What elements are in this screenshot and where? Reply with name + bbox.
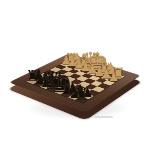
scene — [0, 0, 150, 150]
board-frame — [9, 54, 141, 113]
chess-board — [9, 54, 141, 113]
chess-set-photo: ♜♞♝♛♚♝♞♜♟♟♟♟♟♟♟♟♟♟♟♟♟♟♟♟♜♞♝♛♚♝♞♜ — [0, 0, 150, 150]
